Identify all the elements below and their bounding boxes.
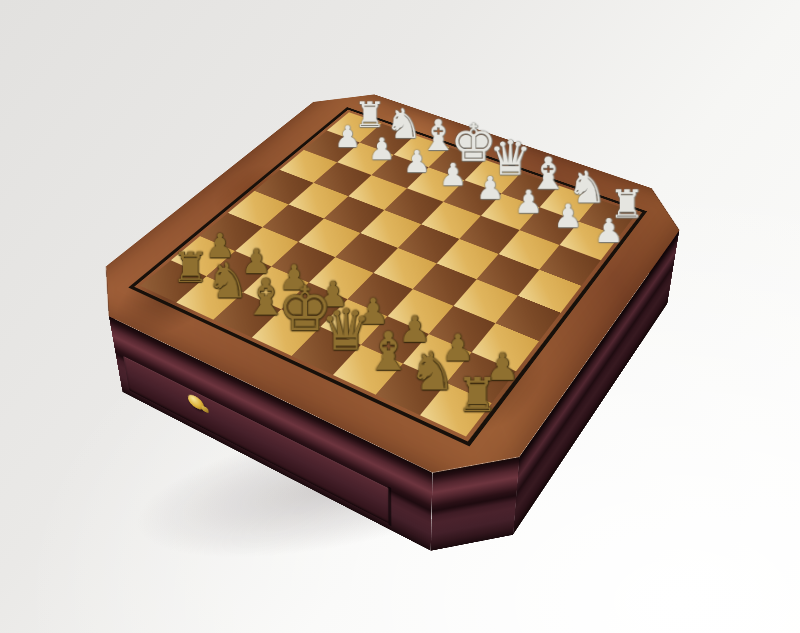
scene: ♜♟♟♜♞♟♟♞♝♟♟♝♚♟♟♚♛♟♟♛♝♟♟♝♞♟♟♞♜♟♟♜ <box>0 0 800 633</box>
drawer-seam <box>388 486 391 526</box>
piece-white-pawn-a2[interactable]: ♟ <box>576 214 640 247</box>
piece-black-rook-a8[interactable]: ♜ <box>439 371 514 418</box>
